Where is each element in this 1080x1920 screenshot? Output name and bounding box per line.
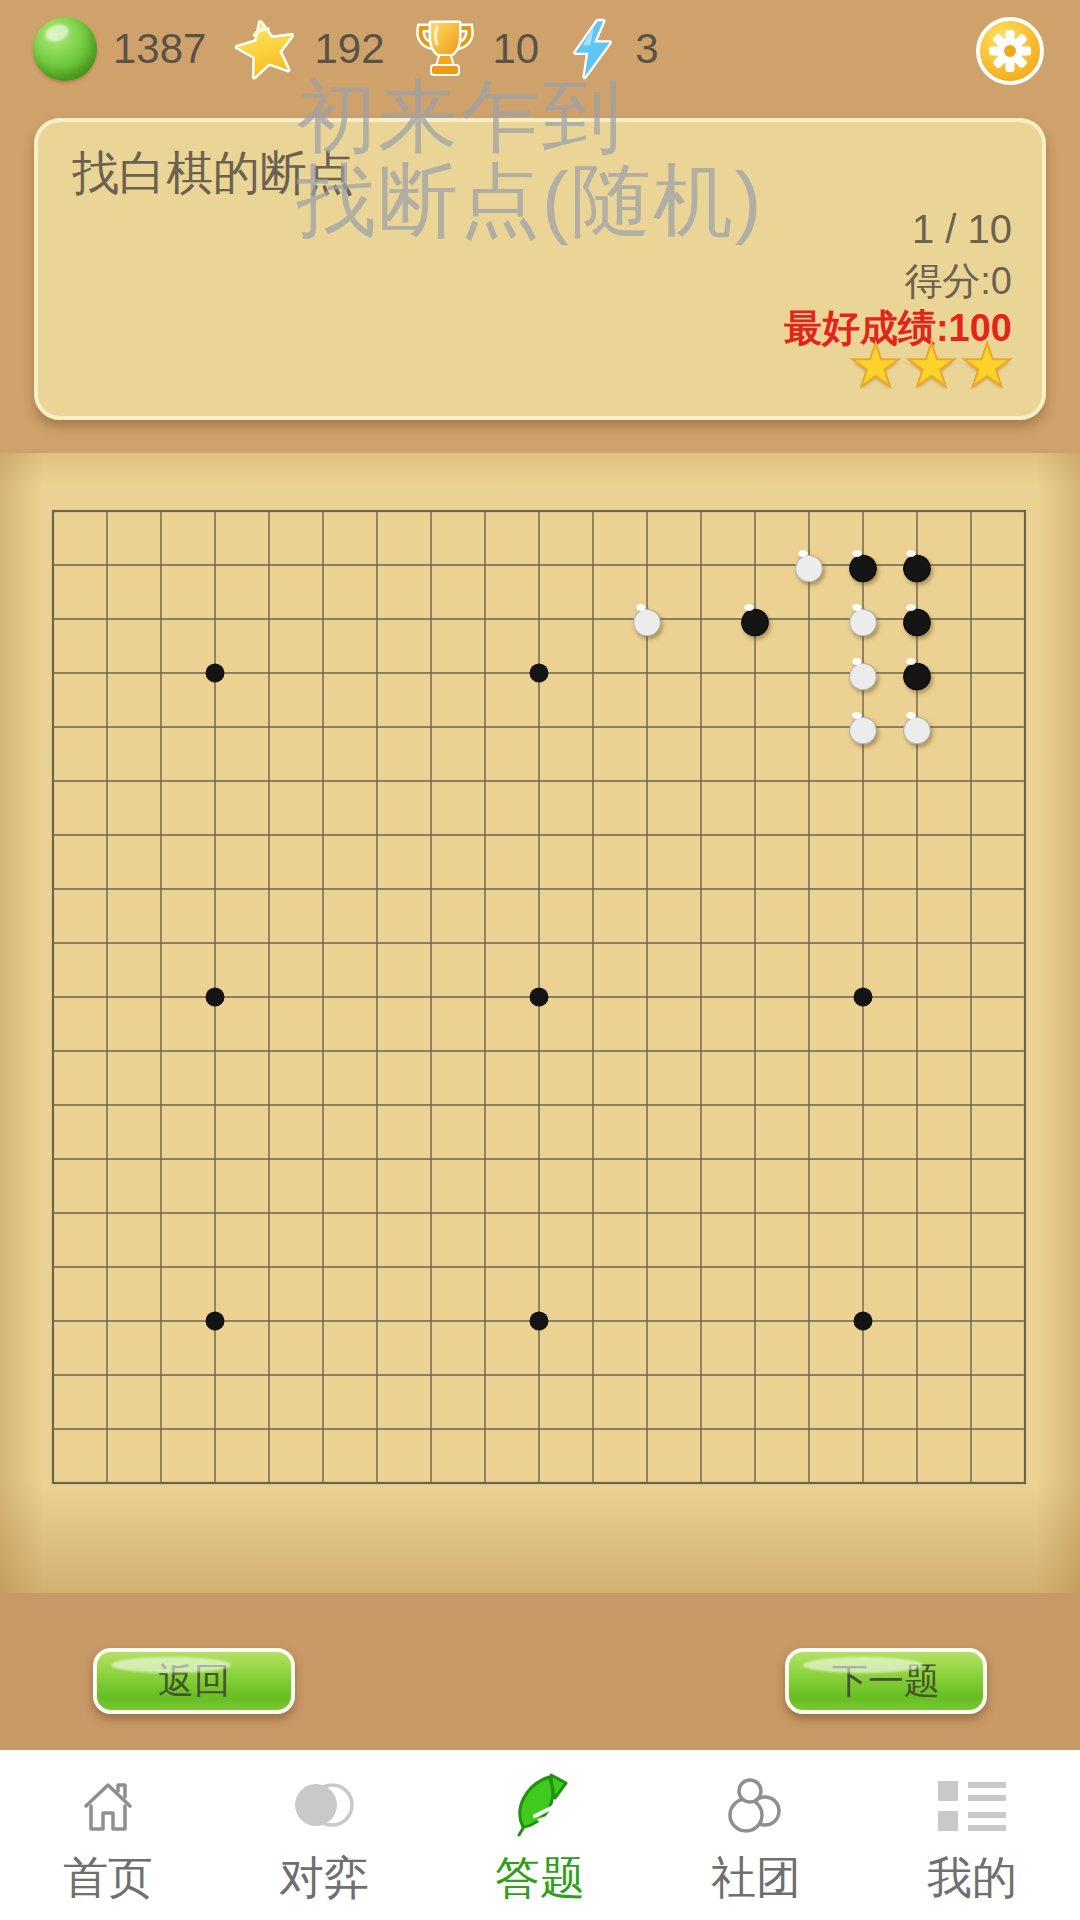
coins-stat: 1387 <box>33 17 234 81</box>
nav-item-quiz[interactable]: 答题 <box>432 1750 648 1920</box>
top-section: 1387 192 <box>0 0 1080 453</box>
board-section: ●●●●●●●●●●● <box>0 453 1080 1593</box>
best-stars: ★★★ <box>849 334 1016 398</box>
nav-item-play[interactable]: 对弈 <box>216 1750 432 1920</box>
back-button[interactable]: 返回 <box>93 1648 295 1714</box>
nav-item-club[interactable]: 社团 <box>648 1750 864 1920</box>
star-icon <box>234 16 298 82</box>
stone-O17-black: ● <box>728 592 782 646</box>
nav-label-play: 对弈 <box>279 1848 369 1908</box>
stone-M17-white: ● <box>620 592 674 646</box>
stone-P18-white: ● <box>782 538 836 592</box>
nav-label-home: 首页 <box>63 1848 153 1908</box>
nav-label-quiz: 答题 <box>495 1848 585 1908</box>
home-icon <box>78 1776 138 1836</box>
score-text: 得分:0 <box>904 256 1012 307</box>
nav-item-mine[interactable]: 我的 <box>864 1750 1080 1920</box>
nav-label-mine: 我的 <box>927 1848 1017 1908</box>
bottom-nav: 首页 对弈 答题 <box>0 1750 1080 1920</box>
stone-Q15-white: ● <box>836 700 890 754</box>
next-button-label: 下一题 <box>832 1657 940 1706</box>
nav-item-home[interactable]: 首页 <box>0 1750 216 1920</box>
progress-counter: 1 / 10 <box>912 207 1012 252</box>
bottom-strip: 返回 下一题 <box>0 1593 1080 1750</box>
coins-count: 1387 <box>113 25 206 73</box>
go-board[interactable]: ●●●●●●●●●●● <box>26 484 1052 1510</box>
back-button-label: 返回 <box>158 1657 230 1706</box>
stone-R15-white: ● <box>890 700 944 754</box>
stone-layer: ●●●●●●●●●●● <box>26 484 1052 1510</box>
club-people-icon <box>725 1775 787 1837</box>
play-stones-icon <box>291 1778 357 1834</box>
energy-count: 3 <box>635 25 658 73</box>
watermark-mode-name: 找断点(随机) <box>296 148 763 256</box>
gear-glyph <box>989 30 1031 72</box>
settings-gear-button[interactable] <box>974 15 1046 87</box>
green-stone-coin-icon <box>33 17 97 81</box>
nav-label-club: 社团 <box>711 1848 801 1908</box>
quiz-feather-icon <box>509 1771 571 1841</box>
profile-list-icon <box>938 1781 1006 1831</box>
next-question-button[interactable]: 下一题 <box>785 1648 987 1714</box>
